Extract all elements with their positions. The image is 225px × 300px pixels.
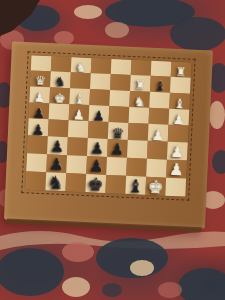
square-h4[interactable] — [168, 125, 189, 143]
square-b1[interactable]: ♞ — [45, 172, 66, 191]
photo-scene: ♞♜♛♞♜♝♟♚♝♞♝♟♟♟♟♟♛♟♟♟♟♟♟♟♟♞♚♝♚ — [0, 0, 225, 300]
square-e6[interactable] — [109, 90, 130, 107]
square-d4[interactable] — [88, 121, 109, 139]
square-h3[interactable]: ♟ — [167, 142, 188, 160]
square-a4[interactable]: ♟ — [28, 118, 49, 136]
chess-board: ♞♜♛♞♜♝♟♚♝♞♝♟♟♟♟♟♛♟♟♟♟♟♟♟♟♞♚♝♚ — [4, 42, 213, 229]
square-a8[interactable] — [31, 55, 52, 71]
square-g6[interactable] — [149, 91, 170, 108]
square-f6[interactable]: ♞ — [129, 90, 150, 107]
square-d2[interactable]: ♟ — [86, 156, 107, 175]
black-king[interactable]: ♚ — [87, 175, 104, 194]
square-e3[interactable]: ♟ — [107, 139, 128, 157]
square-f5[interactable] — [129, 106, 150, 123]
square-d5[interactable]: ♟ — [89, 105, 110, 122]
square-h8[interactable]: ♜ — [171, 62, 192, 78]
square-d3[interactable]: ♟ — [87, 138, 108, 156]
square-e7[interactable] — [110, 74, 131, 90]
square-g8[interactable] — [151, 61, 172, 77]
square-a6[interactable]: ♟ — [29, 86, 50, 103]
square-g2[interactable] — [146, 158, 167, 177]
square-h2[interactable]: ♟ — [166, 159, 187, 178]
black-bishop[interactable]: ♝ — [127, 177, 144, 196]
square-c5[interactable]: ♟ — [69, 104, 90, 121]
square-f1[interactable]: ♝ — [125, 175, 146, 194]
square-a2[interactable] — [26, 153, 47, 172]
white-pawn[interactable]: ♟ — [169, 162, 185, 179]
square-g7[interactable]: ♝ — [150, 76, 171, 92]
square-c1[interactable] — [65, 173, 86, 192]
square-f7[interactable]: ♜ — [130, 75, 151, 91]
square-g1[interactable]: ♚ — [145, 176, 166, 195]
square-c8[interactable]: ♞ — [71, 57, 92, 73]
square-f2[interactable] — [126, 157, 147, 176]
black-knight[interactable]: ♞ — [47, 173, 64, 192]
square-e5[interactable] — [109, 106, 130, 123]
square-b7[interactable]: ♞ — [50, 71, 71, 87]
square-b6[interactable]: ♚ — [49, 87, 70, 104]
square-b4[interactable] — [48, 119, 69, 137]
square-g4[interactable]: ♟ — [148, 124, 169, 142]
square-c3[interactable] — [67, 137, 88, 155]
square-b3[interactable]: ♟ — [47, 136, 68, 154]
square-e2[interactable] — [106, 156, 127, 175]
square-c2[interactable] — [66, 155, 87, 174]
square-c7[interactable] — [70, 72, 91, 88]
square-d8[interactable] — [91, 58, 112, 74]
square-d1[interactable]: ♚ — [85, 174, 106, 193]
square-h5[interactable]: ♟ — [169, 108, 190, 125]
square-h6[interactable]: ♝ — [169, 92, 190, 109]
square-a7[interactable]: ♛ — [30, 70, 51, 86]
square-h1[interactable] — [165, 177, 186, 196]
square-f8[interactable] — [131, 60, 152, 76]
square-a1[interactable] — [25, 171, 46, 190]
square-b8[interactable] — [51, 56, 72, 72]
square-b5[interactable] — [49, 103, 70, 120]
square-c6[interactable]: ♝ — [69, 88, 90, 105]
square-e8[interactable] — [111, 59, 132, 75]
playing-area: ♞♜♛♞♜♝♟♚♝♞♝♟♟♟♟♟♛♟♟♟♟♟♟♟♟♞♚♝♚ — [25, 55, 191, 196]
square-f4[interactable] — [128, 123, 149, 141]
square-h7[interactable] — [170, 77, 191, 93]
white-king[interactable]: ♚ — [147, 178, 164, 197]
square-f3[interactable] — [127, 140, 148, 158]
square-d6[interactable] — [89, 89, 110, 106]
square-e1[interactable] — [105, 174, 126, 193]
square-d7[interactable] — [90, 73, 111, 89]
square-g3[interactable] — [147, 141, 168, 159]
square-c4[interactable] — [68, 120, 89, 138]
square-a5[interactable]: ♟ — [29, 102, 50, 119]
square-g5[interactable] — [149, 107, 170, 124]
square-a3[interactable] — [27, 135, 48, 153]
square-e4[interactable]: ♛ — [108, 122, 129, 140]
square-b2[interactable]: ♟ — [46, 154, 67, 173]
